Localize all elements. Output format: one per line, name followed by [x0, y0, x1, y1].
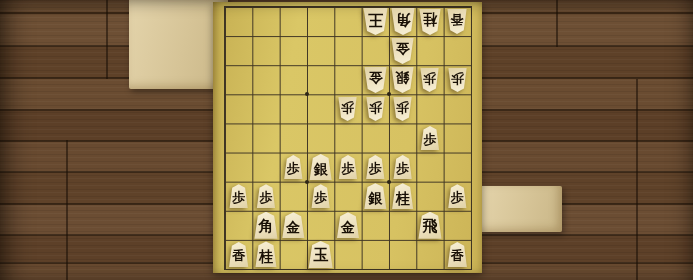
square-4h[interactable]: [362, 211, 389, 240]
square-6a[interactable]: [307, 7, 334, 36]
hoshi-dot: [305, 92, 309, 96]
square-3i[interactable]: [389, 240, 416, 269]
piece-sente-knight-8i[interactable]: 桂: [255, 241, 277, 267]
square-1e[interactable]: [444, 123, 471, 152]
square-7e[interactable]: [280, 123, 307, 152]
piece-sente-lance-1i[interactable]: 香: [447, 242, 467, 267]
square-7g[interactable]: [280, 182, 307, 211]
plank-seam: [556, 0, 558, 47]
square-8a[interactable]: [252, 7, 279, 36]
square-7b[interactable]: [280, 36, 307, 65]
square-1f[interactable]: [444, 153, 471, 182]
piece-gote-silver-3c[interactable]: 銀: [391, 67, 414, 93]
shogi-board: 王角桂香金金銀歩歩歩歩歩歩歩銀歩歩歩歩歩歩銀桂歩角金金飛香桂玉香: [213, 2, 482, 273]
square-3h[interactable]: [389, 211, 416, 240]
square-1b[interactable]: [444, 36, 471, 65]
square-9f[interactable]: [225, 153, 252, 182]
shogi-photo-scene: 王角桂香金金銀歩歩歩歩歩歩歩銀歩歩歩歩歩歩銀桂歩角金金飛香桂玉香: [0, 0, 693, 280]
piece-gote-bishop-3a[interactable]: 角: [391, 8, 415, 35]
square-8f[interactable]: [252, 153, 279, 182]
piece-gote-lance-1a[interactable]: 香: [447, 9, 467, 34]
square-7d[interactable]: [280, 94, 307, 123]
piece-sente-knight-3g[interactable]: 桂: [392, 183, 414, 209]
piece-gote-pawn-3d[interactable]: 歩: [393, 97, 412, 121]
square-2d[interactable]: [416, 94, 443, 123]
piece-sente-bishop-8h[interactable]: 角: [254, 212, 278, 239]
piece-stand-right: [480, 186, 562, 232]
square-7i[interactable]: [280, 240, 307, 269]
square-9h[interactable]: [225, 211, 252, 240]
square-4e[interactable]: [362, 123, 389, 152]
piece-sente-pawn-5f[interactable]: 歩: [338, 155, 357, 179]
piece-gote-king-4a[interactable]: 王: [363, 8, 388, 35]
square-9b[interactable]: [225, 36, 252, 65]
piece-gote-knight-2a[interactable]: 桂: [419, 9, 441, 35]
square-5a[interactable]: [334, 7, 361, 36]
square-3e[interactable]: [389, 123, 416, 152]
square-1h[interactable]: [444, 211, 471, 240]
square-9e[interactable]: [225, 123, 252, 152]
square-7c[interactable]: [280, 65, 307, 94]
square-5i[interactable]: [334, 240, 361, 269]
square-5e[interactable]: [334, 123, 361, 152]
square-9d[interactable]: [225, 94, 252, 123]
shogi-board-grid: 王角桂香金金銀歩歩歩歩歩歩歩銀歩歩歩歩歩歩銀桂歩角金金飛香桂玉香: [224, 6, 472, 270]
square-5g[interactable]: [334, 182, 361, 211]
piece-sente-silver-4g[interactable]: 銀: [364, 183, 387, 209]
piece-sente-pawn-4f[interactable]: 歩: [366, 155, 385, 179]
piece-sente-rook-2h[interactable]: 飛: [418, 212, 442, 239]
square-9a[interactable]: [225, 7, 252, 36]
square-6e[interactable]: [307, 123, 334, 152]
piece-gote-pawn-4d[interactable]: 歩: [366, 97, 385, 121]
hoshi-dot: [387, 180, 391, 184]
square-6h[interactable]: [307, 211, 334, 240]
square-6c[interactable]: [307, 65, 334, 94]
piece-gote-pawn-5d[interactable]: 歩: [338, 97, 357, 121]
square-6b[interactable]: [307, 36, 334, 65]
piece-sente-pawn-9g[interactable]: 歩: [229, 184, 248, 208]
square-4b[interactable]: [362, 36, 389, 65]
square-8c[interactable]: [252, 65, 279, 94]
piece-sente-gold-5h[interactable]: 金: [336, 212, 359, 238]
square-2f[interactable]: [416, 153, 443, 182]
piece-sente-pawn-1g[interactable]: 歩: [448, 184, 467, 208]
piece-sente-pawn-8g[interactable]: 歩: [256, 184, 275, 208]
piece-gote-gold-3b[interactable]: 金: [391, 38, 414, 64]
square-4i[interactable]: [362, 240, 389, 269]
square-8b[interactable]: [252, 36, 279, 65]
piece-sente-pawn-6g[interactable]: 歩: [311, 184, 330, 208]
square-2g[interactable]: [416, 182, 443, 211]
plank-seam: [636, 79, 638, 280]
piece-sente-lance-9i[interactable]: 香: [229, 242, 249, 267]
piece-gote-pawn-1c[interactable]: 歩: [448, 68, 467, 92]
square-9c[interactable]: [225, 65, 252, 94]
square-5c[interactable]: [334, 65, 361, 94]
piece-sente-pawn-3f[interactable]: 歩: [393, 155, 412, 179]
piece-sente-pawn-7f[interactable]: 歩: [284, 155, 303, 179]
piece-gote-gold-4c[interactable]: 金: [364, 67, 387, 93]
square-6d[interactable]: [307, 94, 334, 123]
square-5b[interactable]: [334, 36, 361, 65]
square-2i[interactable]: [416, 240, 443, 269]
square-2b[interactable]: [416, 36, 443, 65]
hoshi-dot: [387, 92, 391, 96]
piece-gote-pawn-2c[interactable]: 歩: [420, 68, 439, 92]
square-1d[interactable]: [444, 94, 471, 123]
piece-sente-silver-6f[interactable]: 銀: [309, 154, 332, 180]
square-8e[interactable]: [252, 123, 279, 152]
square-7a[interactable]: [280, 7, 307, 36]
square-8d[interactable]: [252, 94, 279, 123]
piece-sente-gold-7h[interactable]: 金: [282, 212, 305, 238]
hoshi-dot: [305, 180, 309, 184]
piece-sente-pawn-2e[interactable]: 歩: [420, 126, 439, 150]
plank-seam: [106, 0, 108, 79]
piece-sente-king-6i[interactable]: 玉: [308, 241, 333, 268]
plank-seam: [66, 140, 68, 280]
